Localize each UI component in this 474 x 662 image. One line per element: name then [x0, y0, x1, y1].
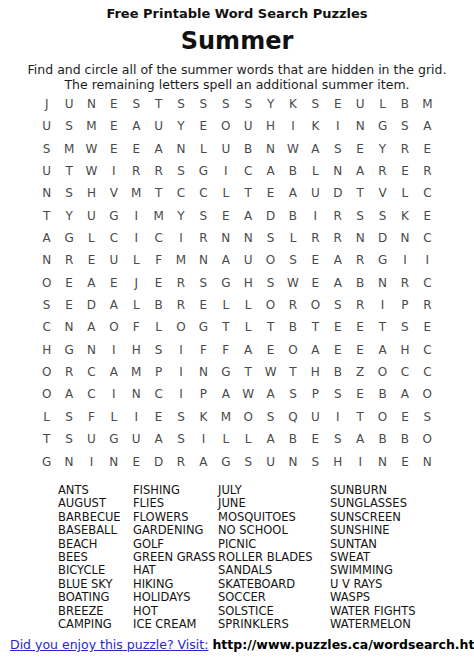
grid-cell: I: [103, 339, 125, 361]
grid-cell: A: [394, 383, 416, 405]
grid-cell: Y: [58, 205, 80, 227]
grid-cell: F: [192, 339, 214, 361]
grid-cell: O: [35, 272, 57, 294]
grid-cell: R: [125, 160, 147, 182]
grid-cell: R: [170, 451, 192, 473]
grid-cell: S: [35, 138, 57, 160]
grid-cell: R: [170, 294, 192, 316]
grid-cell: F: [215, 339, 237, 361]
grid-cell: E: [58, 294, 80, 316]
grid-cell: E: [394, 406, 416, 428]
grid-cell: A: [416, 115, 438, 137]
grid-cell: A: [215, 383, 237, 405]
grid-cell: L: [35, 406, 57, 428]
grid-cell: M: [147, 205, 169, 227]
grid-cell: E: [327, 316, 349, 338]
grid-cell: G: [103, 205, 125, 227]
grid-cell: C: [416, 227, 438, 249]
grid-cell: S: [349, 205, 371, 227]
grid-cell: E: [394, 160, 416, 182]
grid-cell: S: [259, 272, 281, 294]
instructions-line2: The remaining letters spell an additiona…: [0, 77, 474, 92]
grid-cell: A: [259, 383, 281, 405]
grid-cell: K: [192, 406, 214, 428]
grid-cell: S: [282, 383, 304, 405]
grid-cell: R: [394, 272, 416, 294]
grid-cell: E: [416, 138, 438, 160]
grid-cell: T: [35, 205, 57, 227]
word-item: BOATING: [58, 591, 133, 604]
grid-cell: O: [259, 249, 281, 271]
grid-cell: H: [80, 182, 102, 204]
grid-cell: M: [80, 115, 102, 137]
grid-cell: R: [349, 294, 371, 316]
grid-cell: H: [237, 272, 259, 294]
word-item: HOLIDAYS: [133, 591, 218, 604]
grid-cell: N: [282, 451, 304, 473]
word-item: SOCCER: [218, 591, 330, 604]
grid-cell: I: [125, 406, 147, 428]
word-item: PICNIC: [218, 538, 330, 551]
grid-cell: E: [416, 316, 438, 338]
grid-cell: L: [147, 316, 169, 338]
grid-cell: S: [259, 227, 281, 249]
grid-cell: N: [58, 451, 80, 473]
site-header-title: Free Printable Word Search Puzzles: [0, 6, 474, 21]
grid-cell: M: [125, 182, 147, 204]
grid-cell: M: [170, 249, 192, 271]
grid-cell: U: [125, 428, 147, 450]
grid-cell: R: [416, 160, 438, 182]
grid-cell: L: [237, 428, 259, 450]
word-item: BLUE SKY: [58, 578, 133, 591]
grid-cell: B: [371, 428, 393, 450]
grid-cell: G: [35, 451, 57, 473]
grid-cell: T: [349, 406, 371, 428]
grid-cell: O: [371, 406, 393, 428]
grid-cell: B: [327, 361, 349, 383]
grid-cell: F: [125, 316, 147, 338]
word-item: SOLSTICE: [218, 605, 330, 618]
grid-cell: E: [327, 93, 349, 115]
grid-cell: E: [394, 451, 416, 473]
grid-cell: S: [394, 316, 416, 338]
grid-cell: T: [237, 361, 259, 383]
grid-cell: A: [237, 205, 259, 227]
grid-cell: S: [259, 406, 281, 428]
grid-cell: S: [58, 182, 80, 204]
grid-cell: I: [327, 406, 349, 428]
grid-cell: Y: [371, 138, 393, 160]
word-list: ANTSAUGUSTBARBECUEBASEBALLBEACHBEESBICYC…: [58, 484, 460, 631]
grid-cell: G: [371, 249, 393, 271]
grid-cell: G: [215, 451, 237, 473]
grid-cell: R: [416, 294, 438, 316]
grid-cell: C: [192, 182, 214, 204]
grid-cell: T: [304, 316, 326, 338]
word-item: HAT: [133, 564, 218, 577]
grid-cell: G: [58, 339, 80, 361]
grid-cell: O: [170, 316, 192, 338]
grid-cell: C: [416, 182, 438, 204]
grid-cell: S: [58, 428, 80, 450]
grid-cell: L: [103, 406, 125, 428]
grid-cell: E: [192, 294, 214, 316]
grid-cell: C: [80, 383, 102, 405]
grid-cell: U: [35, 160, 57, 182]
grid-cell: J: [35, 93, 57, 115]
grid-cell: E: [80, 249, 102, 271]
grid-cell: S: [394, 115, 416, 137]
grid-cell: E: [103, 272, 125, 294]
grid-cell: I: [170, 383, 192, 405]
grid-cell: B: [282, 428, 304, 450]
grid-cell: E: [125, 451, 147, 473]
grid-cell: U: [35, 115, 57, 137]
grid-cell: U: [304, 406, 326, 428]
grid-cell: T: [349, 182, 371, 204]
grid-cell: U: [237, 249, 259, 271]
grid-cell: L: [125, 294, 147, 316]
word-item: MOSQUITOES: [218, 511, 330, 524]
grid-cell: B: [282, 316, 304, 338]
word-item: WATERMELON: [330, 618, 460, 631]
grid-cell: N: [192, 361, 214, 383]
grid-cell: E: [147, 272, 169, 294]
word-item: BARBECUE: [58, 511, 133, 524]
grid-cell: F: [80, 406, 102, 428]
grid-cell: B: [147, 294, 169, 316]
grid-cell: M: [215, 406, 237, 428]
grid-cell: G: [58, 227, 80, 249]
grid-cell: H: [35, 339, 57, 361]
grid-cell: N: [349, 115, 371, 137]
grid-cell: R: [58, 249, 80, 271]
grid-cell: K: [282, 93, 304, 115]
puzzle-title: Summer: [0, 27, 474, 55]
grid-cell: E: [147, 406, 169, 428]
grid-cell: A: [282, 182, 304, 204]
grid-cell: E: [259, 182, 281, 204]
grid-cell: B: [371, 383, 393, 405]
grid-cell: S: [58, 115, 80, 137]
grid-cell: A: [80, 272, 102, 294]
grid-cell: A: [192, 451, 214, 473]
grid-cell: T: [215, 316, 237, 338]
grid-cell: D: [147, 451, 169, 473]
grid-cell: U: [215, 138, 237, 160]
grid-cell: R: [394, 138, 416, 160]
grid-cell: O: [215, 115, 237, 137]
grid-cell: E: [327, 339, 349, 361]
grid-cell: S: [170, 406, 192, 428]
word-item: GOLF: [133, 538, 218, 551]
grid-cell: I: [349, 451, 371, 473]
grid-cell: S: [327, 383, 349, 405]
word-item: HOT: [133, 605, 218, 618]
word-item: BICYCLE: [58, 564, 133, 577]
grid-cell: K: [394, 205, 416, 227]
grid-cell: O: [103, 316, 125, 338]
word-item: BASEBALL: [58, 524, 133, 537]
grid-cell: E: [349, 316, 371, 338]
footer-url: http://www.puzzles.ca/wordsearch.html: [212, 637, 474, 652]
grid-cell: U: [58, 93, 80, 115]
grid-cell: E: [304, 272, 326, 294]
grid-cell: S: [170, 428, 192, 450]
grid-cell: N: [215, 227, 237, 249]
word-item: JULY: [218, 484, 330, 497]
grid-cell: L: [80, 227, 102, 249]
grid-cell: O: [416, 428, 438, 450]
grid-cell: L: [215, 182, 237, 204]
grid-cell: S: [58, 406, 80, 428]
grid-cell: U: [103, 249, 125, 271]
grid-cell: N: [349, 227, 371, 249]
grid-cell: N: [259, 138, 281, 160]
word-item: SUNBURN: [330, 484, 460, 497]
grid-cell: A: [371, 339, 393, 361]
grid-cell: N: [58, 316, 80, 338]
grid-cell: D: [371, 227, 393, 249]
grid-cell: L: [371, 93, 393, 115]
grid-cell: S: [192, 272, 214, 294]
grid-cell: E: [192, 115, 214, 137]
grid-cell: S: [170, 93, 192, 115]
grid-cell: I: [125, 227, 147, 249]
grid-cell: I: [170, 339, 192, 361]
grid-cell: G: [103, 428, 125, 450]
grid-cell: L: [282, 227, 304, 249]
grid-cell: J: [125, 272, 147, 294]
grid-cell: E: [215, 205, 237, 227]
grid-cell: F: [147, 249, 169, 271]
grid-cell: R: [304, 227, 326, 249]
grid-cell: I: [170, 227, 192, 249]
grid-cell: T: [35, 428, 57, 450]
word-item: FLIES: [133, 497, 218, 510]
grid-cell: U: [80, 205, 102, 227]
grid-cell: T: [58, 160, 80, 182]
grid-cell: R: [349, 249, 371, 271]
word-item: ICE CREAM: [133, 618, 218, 631]
grid-cell: B: [282, 205, 304, 227]
grid-cell: E: [349, 339, 371, 361]
grid-cell: Y: [259, 93, 281, 115]
word-item: BEES: [58, 551, 133, 564]
grid-cell: V: [103, 182, 125, 204]
grid-cell: I: [192, 428, 214, 450]
grid-cell: A: [125, 115, 147, 137]
grid-cell: Y: [170, 205, 192, 227]
grid-cell: E: [349, 383, 371, 405]
grid-cell: N: [192, 249, 214, 271]
grid-cell: N: [125, 383, 147, 405]
grid-cell: N: [103, 451, 125, 473]
grid-cell: E: [125, 138, 147, 160]
word-item: GARDENING: [133, 524, 218, 537]
grid-cell: K: [304, 115, 326, 137]
word-item: WATER FIGHTS: [330, 605, 460, 618]
grid-cell: A: [237, 339, 259, 361]
grid-cell: A: [147, 428, 169, 450]
grid-cell: N: [394, 227, 416, 249]
word-list-column: SUNBURNSUNGLASSESSUNSCREENSUNSHINESUNTAN…: [330, 484, 460, 631]
grid-cell: H: [394, 339, 416, 361]
grid-cell: B: [282, 160, 304, 182]
grid-cell: I: [80, 451, 102, 473]
word-item: FLOWERS: [133, 511, 218, 524]
word-item: CAMPING: [58, 618, 133, 631]
word-item: AUGUST: [58, 497, 133, 510]
grid-cell: R: [170, 272, 192, 294]
word-item: SKATEBOARD: [218, 578, 330, 591]
grid-cell: W: [259, 361, 281, 383]
grid-cell: N: [371, 451, 393, 473]
word-item: ROLLER BLADES: [218, 551, 330, 564]
grid-cell: I: [416, 249, 438, 271]
grid-cell: C: [103, 227, 125, 249]
grid-cell: U: [237, 115, 259, 137]
grid-cell: S: [371, 205, 393, 227]
word-item: SUNGLASSES: [330, 497, 460, 510]
grid-cell: W: [80, 138, 102, 160]
word-item: SPRINKLERS: [218, 618, 330, 631]
grid-cell: I: [215, 160, 237, 182]
grid-cell: S: [192, 93, 214, 115]
word-item: HIKING: [133, 578, 218, 591]
grid-cell: E: [103, 138, 125, 160]
word-item: BREEZE: [58, 605, 133, 618]
grid-cell: S: [327, 294, 349, 316]
word-item: SANDALS: [218, 564, 330, 577]
grid-cell: C: [416, 339, 438, 361]
grid-cell: C: [237, 160, 259, 182]
grid-cell: L: [394, 182, 416, 204]
grid-cell: T: [147, 182, 169, 204]
grid-cell: S: [304, 451, 326, 473]
grid-cell: N: [237, 227, 259, 249]
grid-cell: S: [192, 205, 214, 227]
grid-cell: N: [80, 339, 102, 361]
grid-cell: Z: [349, 361, 371, 383]
grid-cell: C: [394, 361, 416, 383]
grid-cell: W: [80, 160, 102, 182]
footer-link[interactable]: Did you enjoy this puzzle? Visit:: [10, 637, 208, 652]
grid-cell: I: [103, 383, 125, 405]
grid-cell: A: [147, 138, 169, 160]
grid-cell: B: [349, 272, 371, 294]
grid-cell: L: [215, 428, 237, 450]
grid-cell: R: [58, 361, 80, 383]
grid-cell: S: [147, 339, 169, 361]
word-list-column: ANTSAUGUSTBARBECUEBASEBALLBEACHBEESBICYC…: [58, 484, 133, 631]
grid-cell: C: [35, 316, 57, 338]
grid-cell: O: [35, 383, 57, 405]
word-item: SUNSCREEN: [330, 511, 460, 524]
word-item: SWEAT: [330, 551, 460, 564]
grid-cell: A: [58, 383, 80, 405]
grid-cell: P: [147, 361, 169, 383]
grid-cell: A: [327, 249, 349, 271]
word-item: ANTS: [58, 484, 133, 497]
grid-cell: L: [215, 294, 237, 316]
page: Free Printable Word Search Puzzles Summe…: [0, 0, 474, 662]
grid-cell: N: [416, 451, 438, 473]
grid-cell: A: [103, 294, 125, 316]
grid-cell: M: [416, 93, 438, 115]
grid-cell: A: [304, 339, 326, 361]
grid-cell: G: [192, 316, 214, 338]
grid-cell: H: [304, 361, 326, 383]
grid-cell: S: [237, 93, 259, 115]
grid-cell: S: [327, 428, 349, 450]
grid-cell: N: [327, 160, 349, 182]
word-item: SUNTAN: [330, 538, 460, 551]
grid-cell: A: [327, 272, 349, 294]
grid-cell: M: [125, 361, 147, 383]
grid-cell: L: [125, 249, 147, 271]
grid-cell: A: [80, 316, 102, 338]
grid-cell: O: [304, 294, 326, 316]
grid-cell: C: [147, 227, 169, 249]
grid-cell: E: [349, 138, 371, 160]
grid-cell: T: [147, 93, 169, 115]
grid-cell: S: [125, 93, 147, 115]
grid-cell: O: [35, 361, 57, 383]
grid-cell: L: [192, 138, 214, 160]
grid-cell: W: [237, 383, 259, 405]
grid-cell: D: [327, 182, 349, 204]
grid-cell: A: [259, 160, 281, 182]
grid-cell: I: [170, 361, 192, 383]
grid-cell: S: [215, 93, 237, 115]
grid-cell: U: [304, 182, 326, 204]
word-list-column: FISHINGFLIESFLOWERSGARDENINGGOLFGREEN GR…: [133, 484, 218, 631]
word-item: U V RAYS: [330, 578, 460, 591]
word-item: JUNE: [218, 497, 330, 510]
grid-cell: P: [192, 383, 214, 405]
grid-cell: A: [349, 160, 371, 182]
grid-cell: W: [282, 138, 304, 160]
grid-cell: R: [282, 294, 304, 316]
word-item: GREEN GRASS: [133, 551, 218, 564]
grid-cell: T: [237, 182, 259, 204]
grid-cell: I: [125, 205, 147, 227]
grid-cell: B: [237, 138, 259, 160]
grid-cell: L: [237, 316, 259, 338]
grid-cell: E: [304, 428, 326, 450]
grid-cell: C: [416, 272, 438, 294]
grid-cell: O: [282, 339, 304, 361]
grid-cell: B: [394, 428, 416, 450]
grid-cell: Q: [282, 406, 304, 428]
word-item: SWIMMING: [330, 564, 460, 577]
grid-cell: G: [215, 361, 237, 383]
grid-cell: M: [58, 138, 80, 160]
grid-cell: W: [282, 272, 304, 294]
grid-cell: C: [416, 361, 438, 383]
grid-cell: I: [282, 115, 304, 137]
grid-cell: H: [125, 339, 147, 361]
grid-cell: E: [103, 115, 125, 137]
grid-cell: S: [327, 138, 349, 160]
grid-cell: R: [327, 205, 349, 227]
grid-cell: L: [237, 294, 259, 316]
grid-cell: P: [304, 383, 326, 405]
grid-cell: Y: [170, 115, 192, 137]
grid-cell: S: [237, 451, 259, 473]
